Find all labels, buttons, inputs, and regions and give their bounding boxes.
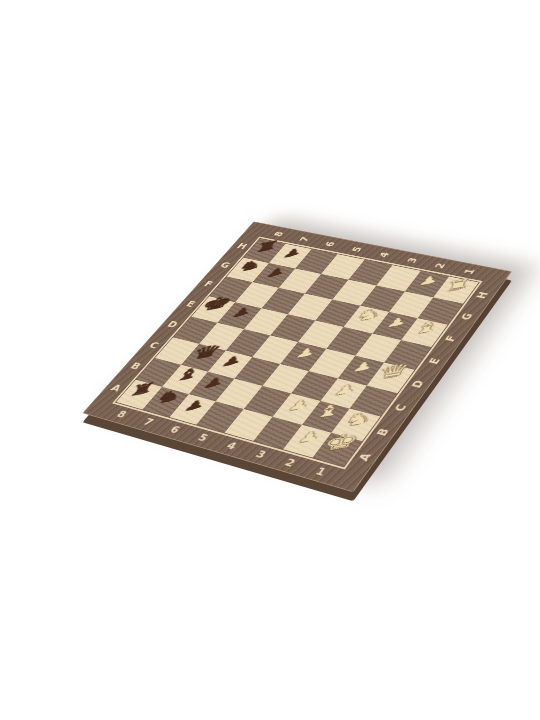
rank-label-west-2: 2 [283,457,297,468]
file-label-north-H: H [235,242,248,250]
rank-label-west-3: 3 [253,449,267,460]
file-label-south-A: A [357,452,373,462]
product-photo-scene: ♚♞♛♝♜♟♝♟♟♟♟♟♞♟♟♟♟♞♝♛♟♟♟♜♚♞♜ AA88BB77CC66… [0,0,540,720]
rank-label-east-4: 4 [378,251,392,258]
rank-label-west-4: 4 [224,441,238,452]
rank-label-west-6: 6 [168,425,182,435]
chess-board: ♚♞♛♝♜♟♝♟♟♟♟♟♞♟♟♟♟♞♝♛♟♟♟♜♚♞♜ AA88BB77CC66… [82,221,512,492]
file-label-south-G: G [459,312,474,321]
file-label-north-G: G [219,261,232,269]
file-label-south-F: F [444,335,459,343]
file-label-south-B: B [375,427,391,437]
rank-label-east-5: 5 [350,246,364,253]
file-label-south-C: C [393,403,409,412]
file-label-north-C: C [148,341,161,350]
rank-label-east-6: 6 [324,241,337,248]
file-label-south-E: E [427,357,442,365]
rank-label-west-5: 5 [196,433,210,443]
file-label-north-F: F [202,280,214,288]
file-label-south-H: H [475,291,490,299]
file-label-north-A: A [109,383,123,393]
rank-label-west-1: 1 [314,466,328,477]
file-label-north-B: B [128,362,142,371]
rank-label-west-8: 8 [115,409,129,419]
rank-label-west-7: 7 [141,417,155,427]
file-label-north-D: D [166,320,180,329]
file-label-south-D: D [410,379,426,389]
file-label-north-E: E [184,300,196,309]
rank-label-east-3: 3 [405,257,419,264]
